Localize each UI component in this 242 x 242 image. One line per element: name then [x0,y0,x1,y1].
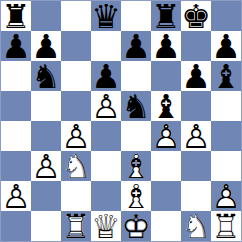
black-piece-glyph: ♝︎ [211,60,241,93]
square-d7[interactable] [91,31,121,61]
piece-black-pawn[interactable]: ♟︎ [121,31,151,61]
black-piece-glyph: ♟︎ [31,30,61,63]
piece-black-pawn[interactable]: ♟︎ [151,31,181,61]
square-a7[interactable]: ♟︎ [1,31,31,61]
piece-white-pawn[interactable]: ♟︎♙︎ [61,121,91,151]
square-g1[interactable]: ♞︎♘︎ [181,211,211,241]
white-piece-outline: ♘︎ [61,150,91,183]
square-a3[interactable] [1,151,31,181]
square-f7[interactable]: ♟︎ [151,31,181,61]
square-h7[interactable]: ♟︎ [211,31,241,61]
square-c2[interactable] [61,181,91,211]
square-f1[interactable] [151,211,181,241]
white-piece-outline: ♙︎ [1,180,31,213]
white-piece-fill: ♜︎ [61,210,91,242]
white-piece-outline: ♙︎ [91,90,121,123]
square-d5[interactable]: ♟︎♙︎ [91,91,121,121]
black-piece-glyph: ♟︎ [151,30,181,63]
piece-black-queen[interactable]: ♛︎ [91,1,121,31]
white-piece-outline: ♕︎ [91,210,121,242]
piece-white-pawn[interactable]: ♟︎♙︎ [31,151,61,181]
square-b2[interactable] [31,181,61,211]
piece-black-knight[interactable]: ♞︎ [31,61,61,91]
square-d8[interactable]: ♛︎ [91,1,121,31]
white-piece-fill: ♜︎ [211,210,241,242]
piece-white-knight[interactable]: ♞︎♘︎ [181,211,211,241]
piece-white-pawn[interactable]: ♟︎♙︎ [181,121,211,151]
square-e6[interactable] [121,61,151,91]
white-piece-outline: ♗︎ [121,180,151,213]
square-c6[interactable] [61,61,91,91]
square-f3[interactable] [151,151,181,181]
black-piece-glyph: ♞︎ [31,60,61,93]
white-piece-outline: ♙︎ [151,120,181,153]
square-c5[interactable] [61,91,91,121]
piece-black-pawn[interactable]: ♟︎ [91,61,121,91]
square-a6[interactable] [1,61,31,91]
white-piece-outline: ♙︎ [61,120,91,153]
square-b3[interactable]: ♟︎♙︎ [31,151,61,181]
piece-white-pawn[interactable]: ♟︎♙︎ [91,91,121,121]
square-c7[interactable] [61,31,91,61]
square-e5[interactable]: ♞︎ [121,91,151,121]
square-f2[interactable] [151,181,181,211]
black-piece-glyph: ♟︎ [91,60,121,93]
square-e8[interactable] [121,1,151,31]
piece-black-rook[interactable]: ♜︎ [1,1,31,31]
square-g2[interactable] [181,181,211,211]
piece-black-king[interactable]: ♚︎ [181,1,211,31]
square-e2[interactable]: ♝︎♗︎ [121,181,151,211]
piece-black-pawn[interactable]: ♟︎ [1,31,31,61]
square-g7[interactable] [181,31,211,61]
square-c4[interactable]: ♟︎♙︎ [61,121,91,151]
white-piece-fill: ♟︎ [31,150,61,183]
square-d1[interactable]: ♛︎♕︎ [91,211,121,241]
piece-white-rook[interactable]: ♜︎♖︎ [211,211,241,241]
white-piece-fill: ♟︎ [181,120,211,153]
white-piece-outline: ♖︎ [61,210,91,242]
black-piece-glyph: ♚︎ [181,0,211,33]
white-piece-outline: ♔︎ [121,210,151,242]
square-c1[interactable]: ♜︎♖︎ [61,211,91,241]
piece-white-bishop[interactable]: ♝︎♗︎ [121,151,151,181]
piece-white-rook[interactable]: ♜︎♖︎ [61,211,91,241]
black-piece-glyph: ♞︎ [121,90,151,123]
black-piece-glyph: ♝︎ [151,90,181,123]
white-piece-fill: ♞︎ [61,150,91,183]
black-piece-glyph: ♟︎ [1,30,31,63]
square-b8[interactable] [31,1,61,31]
piece-black-rook[interactable]: ♜︎ [151,1,181,31]
square-g8[interactable]: ♚︎ [181,1,211,31]
square-b5[interactable] [31,91,61,121]
square-a4[interactable] [1,121,31,151]
piece-black-pawn[interactable]: ♟︎ [211,31,241,61]
black-piece-glyph: ♜︎ [1,0,31,33]
square-b1[interactable] [31,211,61,241]
piece-black-knight[interactable]: ♞︎ [121,91,151,121]
white-piece-outline: ♙︎ [31,150,61,183]
square-a1[interactable] [1,211,31,241]
black-piece-glyph: ♟︎ [121,30,151,63]
white-piece-outline: ♗︎ [121,150,151,183]
square-h5[interactable] [211,91,241,121]
square-g5[interactable] [181,91,211,121]
white-piece-fill: ♟︎ [61,120,91,153]
piece-black-bishop[interactable]: ♝︎ [151,91,181,121]
chess-board: ♜︎♛︎♜︎♚︎♟︎♟︎♟︎♟︎♟︎♞︎♟︎♟︎♝︎♟︎♙︎♞︎♝︎♟︎♙︎♟︎… [0,0,242,242]
white-piece-outline: ♙︎ [181,120,211,153]
square-a2[interactable]: ♟︎♙︎ [1,181,31,211]
piece-black-pawn[interactable]: ♟︎ [31,31,61,61]
black-piece-glyph: ♜︎ [151,0,181,33]
piece-white-bishop[interactable]: ♝︎♗︎ [121,181,151,211]
square-g6[interactable]: ♟︎ [181,61,211,91]
square-f8[interactable]: ♜︎ [151,1,181,31]
square-b4[interactable] [31,121,61,151]
white-piece-fill: ♟︎ [91,90,121,123]
piece-white-pawn[interactable]: ♟︎♙︎ [211,181,241,211]
square-h4[interactable] [211,121,241,151]
white-piece-fill: ♝︎ [121,150,151,183]
square-h8[interactable] [211,1,241,31]
square-g3[interactable] [181,151,211,181]
white-piece-fill: ♚︎ [121,210,151,242]
white-piece-fill: ♟︎ [151,120,181,153]
square-h2[interactable]: ♟︎♙︎ [211,181,241,211]
white-piece-fill: ♟︎ [1,180,31,213]
piece-white-knight[interactable]: ♞︎♘︎ [61,151,91,181]
square-f4[interactable]: ♟︎♙︎ [151,121,181,151]
white-piece-outline: ♖︎ [211,210,241,242]
white-piece-fill: ♝︎ [121,180,151,213]
square-b6[interactable]: ♞︎ [31,61,61,91]
square-e4[interactable] [121,121,151,151]
square-a5[interactable] [1,91,31,121]
piece-white-king[interactable]: ♚︎♔︎ [121,211,151,241]
square-h6[interactable]: ♝︎ [211,61,241,91]
square-d2[interactable] [91,181,121,211]
square-h1[interactable]: ♜︎♖︎ [211,211,241,241]
white-piece-outline: ♘︎ [181,210,211,242]
piece-black-pawn[interactable]: ♟︎ [181,61,211,91]
piece-white-pawn[interactable]: ♟︎♙︎ [1,181,31,211]
square-f5[interactable]: ♝︎ [151,91,181,121]
square-e1[interactable]: ♚︎♔︎ [121,211,151,241]
square-d6[interactable]: ♟︎ [91,61,121,91]
black-piece-glyph: ♟︎ [181,60,211,93]
piece-white-pawn[interactable]: ♟︎♙︎ [151,121,181,151]
square-e7[interactable]: ♟︎ [121,31,151,61]
white-piece-fill: ♞︎ [181,210,211,242]
square-c3[interactable]: ♞︎♘︎ [61,151,91,181]
square-f6[interactable] [151,61,181,91]
square-d4[interactable] [91,121,121,151]
white-piece-fill: ♟︎ [211,180,241,213]
square-b7[interactable]: ♟︎ [31,31,61,61]
square-c8[interactable] [61,1,91,31]
square-d3[interactable] [91,151,121,181]
piece-black-bishop[interactable]: ♝︎ [211,61,241,91]
black-piece-glyph: ♛︎ [91,0,121,33]
square-e3[interactable]: ♝︎♗︎ [121,151,151,181]
square-a8[interactable]: ♜︎ [1,1,31,31]
piece-white-queen[interactable]: ♛︎♕︎ [91,211,121,241]
white-piece-outline: ♙︎ [211,180,241,213]
white-piece-fill: ♛︎ [91,210,121,242]
black-piece-glyph: ♟︎ [211,30,241,63]
square-h3[interactable] [211,151,241,181]
square-g4[interactable]: ♟︎♙︎ [181,121,211,151]
